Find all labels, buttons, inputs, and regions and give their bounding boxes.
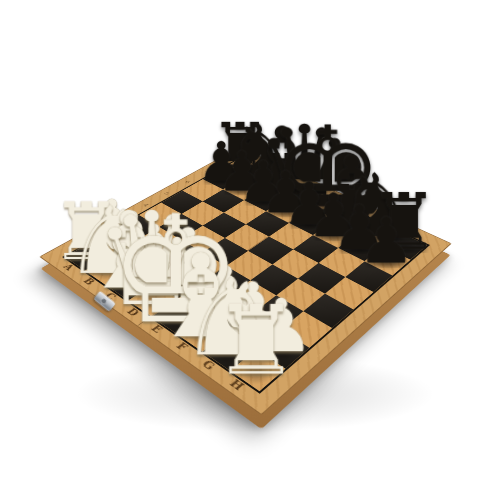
square-h7[interactable]: ♟ (365, 247, 411, 276)
white-rook-h1[interactable]: ♜ (214, 293, 299, 388)
chess-set-product-photo: ♜♞♝♛♚♝♞♜♟♟♟♟♟♟♟♟♟♟♟♟♟♟♟♟♜♞♝♛♚♝♞♜ ABCDEFG… (0, 0, 500, 500)
